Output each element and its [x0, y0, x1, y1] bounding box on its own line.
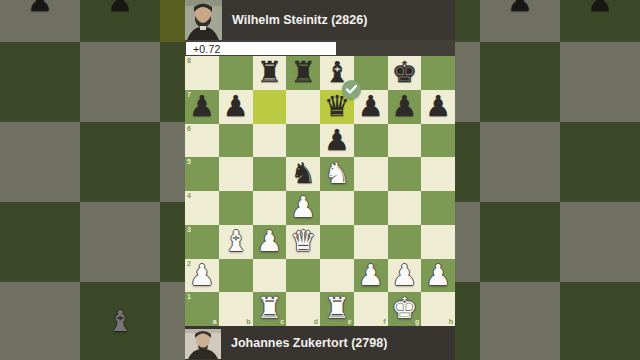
app-column: Wilhelm Steinitz (2826) +0.72 8♜♜♝♚7♟♟♛♟… — [185, 0, 455, 360]
square-d8[interactable]: ♜ — [286, 56, 320, 90]
rank-label-4: 4 — [187, 192, 191, 199]
square-a1[interactable]: 1a — [185, 292, 219, 326]
square-h1[interactable]: h — [421, 292, 455, 326]
white-pawn-c3[interactable]: ♟ — [253, 225, 287, 259]
square-f3[interactable] — [354, 225, 388, 259]
square-g7[interactable]: ♟ — [388, 90, 422, 124]
file-label-a: a — [213, 318, 217, 325]
top-player-bar: Wilhelm Steinitz (2826) — [185, 0, 455, 40]
square-h8[interactable] — [421, 56, 455, 90]
square-d6[interactable] — [286, 124, 320, 158]
white-knight-e5[interactable]: ♞ — [320, 157, 354, 191]
square-a3[interactable]: 3 — [185, 225, 219, 259]
black-rook-c8[interactable]: ♜ — [253, 56, 287, 90]
square-c2[interactable] — [253, 259, 287, 293]
square-b5[interactable] — [219, 157, 253, 191]
square-a7[interactable]: 7♟ — [185, 90, 219, 124]
square-b3[interactable]: ♝ — [219, 225, 253, 259]
chess-board: 8♜♜♝♚7♟♟♛♟♟♟6♟5♞♞4♟3♝♟♛2♟♟♟♟1abc♜de♜fg♚h — [185, 56, 455, 326]
file-label-f: f — [383, 318, 385, 325]
square-e3[interactable] — [320, 225, 354, 259]
black-pawn-b7[interactable]: ♟ — [219, 90, 253, 124]
square-c4[interactable] — [253, 191, 287, 225]
black-knight-d5[interactable]: ♞ — [286, 157, 320, 191]
square-c6[interactable] — [253, 124, 287, 158]
square-b8[interactable] — [219, 56, 253, 90]
square-f1[interactable]: f — [354, 292, 388, 326]
white-pawn-d4[interactable]: ♟ — [286, 191, 320, 225]
rank-label-7: 7 — [187, 91, 191, 98]
square-g4[interactable] — [388, 191, 422, 225]
file-label-b: b — [246, 318, 250, 325]
white-bishop-b3[interactable]: ♝ — [219, 225, 253, 259]
square-e1[interactable]: e♜ — [320, 292, 354, 326]
square-g1[interactable]: g♚ — [388, 292, 422, 326]
square-h7[interactable]: ♟ — [421, 90, 455, 124]
black-pawn-e6[interactable]: ♟ — [320, 124, 354, 158]
square-c8[interactable]: ♜ — [253, 56, 287, 90]
top-player-avatar — [185, 0, 222, 40]
square-c5[interactable] — [253, 157, 287, 191]
square-h5[interactable] — [421, 157, 455, 191]
evaluation-bar-white-portion: +0.72 — [186, 42, 336, 55]
square-d5[interactable]: ♞ — [286, 157, 320, 191]
file-label-c: c — [280, 318, 284, 325]
square-a5[interactable]: 5 — [185, 157, 219, 191]
square-c7[interactable] — [253, 90, 287, 124]
square-b2[interactable] — [219, 259, 253, 293]
square-g8[interactable]: ♚ — [388, 56, 422, 90]
evaluation-value: +0.72 — [186, 43, 221, 55]
square-h3[interactable] — [421, 225, 455, 259]
square-e2[interactable] — [320, 259, 354, 293]
white-queen-d3[interactable]: ♛ — [286, 225, 320, 259]
square-d7[interactable] — [286, 90, 320, 124]
file-label-g: g — [415, 318, 419, 325]
square-f2[interactable]: ♟ — [354, 259, 388, 293]
rank-label-8: 8 — [187, 57, 191, 64]
square-g6[interactable] — [388, 124, 422, 158]
square-e5[interactable]: ♞ — [320, 157, 354, 191]
square-d4[interactable]: ♟ — [286, 191, 320, 225]
black-pawn-g7[interactable]: ♟ — [388, 90, 422, 124]
bottom-player-bar: Johannes Zukertort (2798) — [185, 326, 455, 360]
white-pawn-f2[interactable]: ♟ — [354, 259, 388, 293]
square-f6[interactable] — [354, 124, 388, 158]
square-b1[interactable]: b — [219, 292, 253, 326]
rank-label-6: 6 — [187, 125, 191, 132]
square-c1[interactable]: c♜ — [253, 292, 287, 326]
top-player-name: Wilhelm Steinitz (2826) — [232, 13, 367, 27]
square-b4[interactable] — [219, 191, 253, 225]
square-g5[interactable] — [388, 157, 422, 191]
file-label-h: h — [449, 318, 453, 325]
rank-label-2: 2 — [187, 260, 191, 267]
square-d2[interactable] — [286, 259, 320, 293]
square-a2[interactable]: 2♟ — [185, 259, 219, 293]
square-d3[interactable]: ♛ — [286, 225, 320, 259]
rank-label-3: 3 — [187, 226, 191, 233]
square-c3[interactable]: ♟ — [253, 225, 287, 259]
square-a8[interactable]: 8 — [185, 56, 219, 90]
white-pawn-g2[interactable]: ♟ — [388, 259, 422, 293]
square-h4[interactable] — [421, 191, 455, 225]
best-move-checkmark-icon — [342, 80, 361, 99]
square-f4[interactable] — [354, 191, 388, 225]
bottom-player-avatar — [185, 329, 221, 359]
white-pawn-h2[interactable]: ♟ — [421, 259, 455, 293]
square-b7[interactable]: ♟ — [219, 90, 253, 124]
black-king-g8[interactable]: ♚ — [388, 56, 422, 90]
square-h2[interactable]: ♟ — [421, 259, 455, 293]
rank-label-5: 5 — [187, 158, 191, 165]
square-d1[interactable]: d — [286, 292, 320, 326]
black-pawn-h7[interactable]: ♟ — [421, 90, 455, 124]
square-b6[interactable] — [219, 124, 253, 158]
square-g2[interactable]: ♟ — [388, 259, 422, 293]
evaluation-bar: +0.72 — [185, 40, 455, 56]
black-rook-d8[interactable]: ♜ — [286, 56, 320, 90]
square-f5[interactable] — [354, 157, 388, 191]
square-g3[interactable] — [388, 225, 422, 259]
square-e6[interactable]: ♟ — [320, 124, 354, 158]
rank-label-1: 1 — [187, 293, 191, 300]
file-label-e: e — [348, 318, 352, 325]
screenshot-stage: ♟♟♟♟♟♝6543 Wilhelm Steinitz (2826) +0.72 — [0, 0, 640, 360]
file-label-d: d — [314, 318, 318, 325]
square-a6[interactable]: 6 — [185, 124, 219, 158]
bottom-player-name: Johannes Zukertort (2798) — [231, 336, 387, 350]
square-a4[interactable]: 4 — [185, 191, 219, 225]
square-e4[interactable] — [320, 191, 354, 225]
square-h6[interactable] — [421, 124, 455, 158]
